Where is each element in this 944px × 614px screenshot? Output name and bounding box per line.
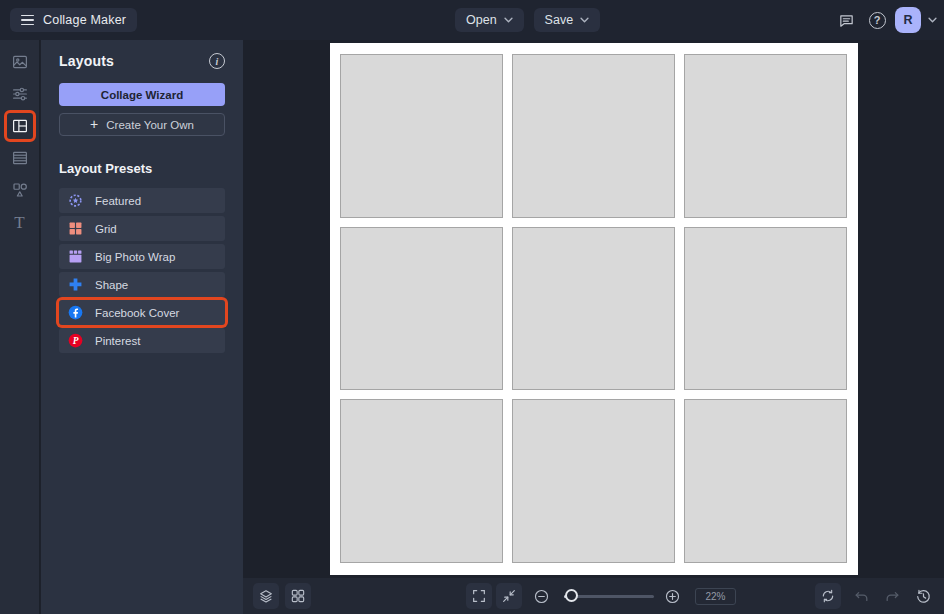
chevron-down-icon <box>580 17 589 23</box>
history-button[interactable] <box>912 585 934 607</box>
zoom-slider[interactable] <box>564 595 654 598</box>
presets-title: Layout Presets <box>59 161 225 176</box>
rail-item-layouts[interactable] <box>4 110 36 142</box>
help-button[interactable]: ? <box>864 7 890 33</box>
layouts-panel: Layouts i Collage Wizard + Create Your O… <box>41 40 243 614</box>
fit-screen-icon <box>501 588 517 604</box>
layers-button[interactable] <box>253 583 279 609</box>
tool-rail: T <box>0 40 40 614</box>
shape-plus-icon <box>68 277 83 292</box>
collage-canvas <box>330 43 858 575</box>
zoom-in-icon <box>664 588 681 605</box>
fullscreen-button[interactable] <box>466 583 492 609</box>
zoom-level-readout[interactable]: 22% <box>695 588 736 605</box>
layers-icon <box>258 588 274 604</box>
create-your-own-button[interactable]: + Create Your Own <box>59 113 225 136</box>
bottom-bar: 22% <box>243 578 944 614</box>
grid-icon <box>68 221 83 236</box>
plus-icon: + <box>90 117 98 131</box>
zoom-in-button[interactable] <box>661 585 683 607</box>
avatar-chevron-icon[interactable] <box>928 17 937 23</box>
facebook-icon <box>68 305 83 320</box>
save-button[interactable]: Save <box>534 8 601 32</box>
edit-sliders-icon <box>11 85 29 103</box>
app-menu-chip[interactable]: Collage Maker <box>10 8 137 32</box>
graphics-icon <box>11 181 29 199</box>
collage-cell[interactable] <box>512 54 675 218</box>
app-title: Collage Maker <box>43 13 126 27</box>
preset-grid[interactable]: Grid <box>59 216 225 241</box>
undo-button[interactable] <box>850 585 872 607</box>
pinterest-icon: P <box>68 333 83 348</box>
file-actions: Open Save <box>455 8 600 32</box>
undo-icon <box>853 588 870 605</box>
redo-icon <box>884 588 901 605</box>
preset-featured[interactable]: Featured <box>59 188 225 213</box>
preset-facebook-cover[interactable]: Facebook Cover <box>59 300 225 325</box>
collage-cell[interactable] <box>340 54 503 218</box>
image-manager-icon <box>11 53 29 71</box>
fullscreen-icon <box>471 588 487 604</box>
collage-cell[interactable] <box>340 399 503 563</box>
account-area: ? R <box>833 7 937 33</box>
collage-cell[interactable] <box>512 399 675 563</box>
rail-item-patterns[interactable] <box>4 142 36 174</box>
zoom-out-icon <box>533 588 550 605</box>
preset-pinterest[interactable]: P Pinterest <box>59 328 225 353</box>
collage-cell[interactable] <box>684 227 847 391</box>
chat-feedback-button[interactable] <box>833 7 859 33</box>
info-icon[interactable]: i <box>209 53 225 69</box>
manage-cells-icon <box>290 588 306 604</box>
layouts-icon <box>11 117 29 135</box>
svg-text:P: P <box>73 336 79 346</box>
panel-title: Layouts <box>59 53 114 69</box>
avatar[interactable]: R <box>895 7 921 33</box>
collage-cell[interactable] <box>512 227 675 391</box>
fit-screen-button[interactable] <box>496 583 522 609</box>
collage-cell[interactable] <box>340 227 503 391</box>
workspace <box>243 40 944 578</box>
redo-button[interactable] <box>881 585 903 607</box>
preset-shape[interactable]: Shape <box>59 272 225 297</box>
text-icon: T <box>14 214 24 231</box>
rail-item-graphics[interactable] <box>4 174 36 206</box>
big-photo-wrap-icon <box>68 249 83 264</box>
collage-wizard-button[interactable]: Collage Wizard <box>59 83 225 106</box>
featured-wreath-icon <box>68 193 83 208</box>
zoom-out-button[interactable] <box>530 585 552 607</box>
rail-item-text[interactable]: T <box>4 206 36 238</box>
preset-list: Featured Grid Big Photo Wrap Shape Faceb… <box>59 188 225 353</box>
patterns-icon <box>11 149 29 167</box>
chevron-down-icon <box>504 17 513 23</box>
menu-icon[interactable] <box>21 15 34 26</box>
top-bar: Collage Maker Open Save ? R <box>0 0 944 40</box>
collage-cell[interactable] <box>684 399 847 563</box>
manage-cells-button[interactable] <box>285 583 311 609</box>
open-button[interactable]: Open <box>455 8 524 32</box>
preset-big-photo-wrap[interactable]: Big Photo Wrap <box>59 244 225 269</box>
history-icon <box>915 588 932 605</box>
reset-icon <box>820 588 836 604</box>
rail-item-edit[interactable] <box>4 78 36 110</box>
rail-item-image-manager[interactable] <box>4 46 36 78</box>
help-icon: ? <box>869 12 886 29</box>
zoom-slider-knob[interactable] <box>565 589 578 602</box>
reset-button[interactable] <box>815 583 841 609</box>
collage-cell[interactable] <box>684 54 847 218</box>
chat-feedback-icon <box>838 12 855 29</box>
